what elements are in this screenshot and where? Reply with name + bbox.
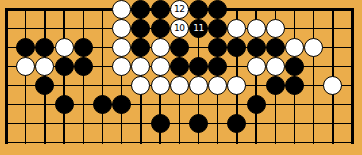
white-stone: ○ xyxy=(266,57,285,76)
black-stone: ● xyxy=(151,0,170,19)
black-stone-glyph: ● xyxy=(156,5,165,15)
black-stone: ● xyxy=(151,114,170,133)
white-stone: ○ xyxy=(151,38,170,57)
black-stone-glyph: ● xyxy=(79,43,88,53)
white-stone-glyph: ○ xyxy=(41,62,50,72)
white-stone: ○ xyxy=(227,76,246,95)
black-stone: ● xyxy=(35,76,54,95)
black-stone: ● xyxy=(247,38,266,57)
white-stone: ○ xyxy=(112,19,131,38)
white-stone: ○ xyxy=(112,57,131,76)
white-stone-glyph: ○ xyxy=(175,81,184,91)
white-stone: ○ xyxy=(35,57,54,76)
move-number-label: 11 xyxy=(193,24,203,33)
black-stone: ● xyxy=(151,19,170,38)
white-stone: ○ xyxy=(151,57,170,76)
white-stone: ○ xyxy=(227,19,246,38)
white-stone: 12 xyxy=(170,0,189,19)
white-stone-glyph: ○ xyxy=(290,43,299,53)
move-number-label: 12 xyxy=(174,5,184,14)
white-stone-glyph: ○ xyxy=(271,62,280,72)
white-stone-glyph: ○ xyxy=(117,43,126,53)
black-stone-glyph: ● xyxy=(194,5,203,15)
white-stone: ○ xyxy=(112,38,131,57)
grid-line xyxy=(63,8,65,144)
white-stone: ○ xyxy=(266,19,285,38)
black-stone-glyph: ● xyxy=(156,119,165,129)
white-stone: ○ xyxy=(189,76,208,95)
white-stone-glyph: ○ xyxy=(156,43,165,53)
white-stone: ○ xyxy=(16,57,35,76)
black-stone: ● xyxy=(74,38,93,57)
black-stone: ● xyxy=(266,76,285,95)
white-stone-glyph: ○ xyxy=(271,24,280,34)
white-stone: ○ xyxy=(112,0,131,19)
black-stone: ● xyxy=(112,95,131,114)
white-stone: ○ xyxy=(170,76,189,95)
white-stone-glyph: ○ xyxy=(117,5,126,15)
white-stone: ○ xyxy=(285,38,304,57)
black-stone-glyph: ● xyxy=(156,24,165,34)
black-stone-glyph: ● xyxy=(233,119,242,129)
black-stone-glyph: ● xyxy=(79,62,88,72)
black-stone-glyph: ● xyxy=(213,5,222,15)
white-stone-glyph: ○ xyxy=(21,62,30,72)
white-stone: ○ xyxy=(151,76,170,95)
move-number-label: 10 xyxy=(174,24,184,33)
black-stone: ● xyxy=(247,95,266,114)
black-stone-glyph: ● xyxy=(290,62,299,72)
black-stone: ● xyxy=(227,38,246,57)
black-stone-glyph: ● xyxy=(271,81,280,91)
black-stone-glyph: ● xyxy=(137,24,146,34)
black-stone-glyph: ● xyxy=(290,81,299,91)
white-stone: ○ xyxy=(247,57,266,76)
black-stone: ● xyxy=(170,38,189,57)
black-stone: ● xyxy=(208,19,227,38)
black-stone-glyph: ● xyxy=(21,43,30,53)
white-stone-glyph: ○ xyxy=(137,81,146,91)
white-stone-glyph: ○ xyxy=(252,24,261,34)
black-stone: ● xyxy=(16,38,35,57)
white-stone: ○ xyxy=(55,38,74,57)
grid-line xyxy=(5,8,8,144)
black-stone-glyph: ● xyxy=(233,43,242,53)
grid-line xyxy=(102,8,104,144)
black-stone-glyph: ● xyxy=(60,62,69,72)
black-stone-glyph: ● xyxy=(41,43,50,53)
white-stone-glyph: ○ xyxy=(156,81,165,91)
white-stone-glyph: ○ xyxy=(213,81,222,91)
black-stone-glyph: ● xyxy=(252,100,261,110)
grid-line xyxy=(83,8,85,144)
black-stone-glyph: ● xyxy=(117,100,126,110)
white-stone-glyph: ○ xyxy=(137,62,146,72)
black-stone-glyph: ● xyxy=(60,100,69,110)
white-stone-glyph: ○ xyxy=(233,81,242,91)
black-stone: ● xyxy=(208,0,227,19)
black-stone: ● xyxy=(131,19,150,38)
white-stone-glyph: ○ xyxy=(233,24,242,34)
black-stone-glyph: ● xyxy=(213,43,222,53)
black-stone: ● xyxy=(170,57,189,76)
black-stone: ● xyxy=(285,76,304,95)
white-stone: ○ xyxy=(131,76,150,95)
white-stone-glyph: ○ xyxy=(60,43,69,53)
black-stone-glyph: ● xyxy=(98,100,107,110)
black-stone-glyph: ● xyxy=(252,43,261,53)
black-stone: ● xyxy=(131,38,150,57)
black-stone-glyph: ● xyxy=(41,81,50,91)
black-stone: ● xyxy=(189,57,208,76)
black-stone-glyph: ● xyxy=(194,62,203,72)
white-stone: ○ xyxy=(304,38,323,57)
black-stone: ● xyxy=(93,95,112,114)
black-stone-glyph: ● xyxy=(137,5,146,15)
white-stone-glyph: ○ xyxy=(117,24,126,34)
go-board-diagram: ○●●12●●○●●1011●○○○●●○●○●○●●●●●○○○○●●○○○●… xyxy=(0,0,362,155)
black-stone-glyph: ● xyxy=(213,62,222,72)
black-stone-glyph: ● xyxy=(175,43,184,53)
white-stone-glyph: ○ xyxy=(194,81,203,91)
black-stone: ● xyxy=(227,114,246,133)
white-stone: 10 xyxy=(170,19,189,38)
white-stone: ○ xyxy=(208,76,227,95)
black-stone: ● xyxy=(208,38,227,57)
white-stone: ○ xyxy=(247,19,266,38)
grid-line xyxy=(25,8,27,144)
white-stone-glyph: ○ xyxy=(309,43,318,53)
black-stone: ● xyxy=(55,95,74,114)
black-stone-glyph: ● xyxy=(271,43,280,53)
black-stone: 11 xyxy=(189,19,208,38)
grid-line xyxy=(351,8,354,144)
white-stone-glyph: ○ xyxy=(252,62,261,72)
black-stone-glyph: ● xyxy=(175,62,184,72)
black-stone: ● xyxy=(266,38,285,57)
black-stone: ● xyxy=(189,0,208,19)
white-stone: ○ xyxy=(131,57,150,76)
white-stone-glyph: ○ xyxy=(329,81,338,91)
black-stone-glyph: ● xyxy=(213,24,222,34)
black-stone: ● xyxy=(189,114,208,133)
black-stone-glyph: ● xyxy=(194,119,203,129)
white-stone-glyph: ○ xyxy=(117,62,126,72)
black-stone: ● xyxy=(35,38,54,57)
white-stone-glyph: ○ xyxy=(156,62,165,72)
black-stone: ● xyxy=(131,0,150,19)
black-stone: ● xyxy=(55,57,74,76)
grid-line xyxy=(313,8,315,144)
black-stone: ● xyxy=(74,57,93,76)
black-stone: ● xyxy=(285,57,304,76)
black-stone-glyph: ● xyxy=(137,43,146,53)
white-stone: ○ xyxy=(323,76,342,95)
black-stone: ● xyxy=(208,57,227,76)
